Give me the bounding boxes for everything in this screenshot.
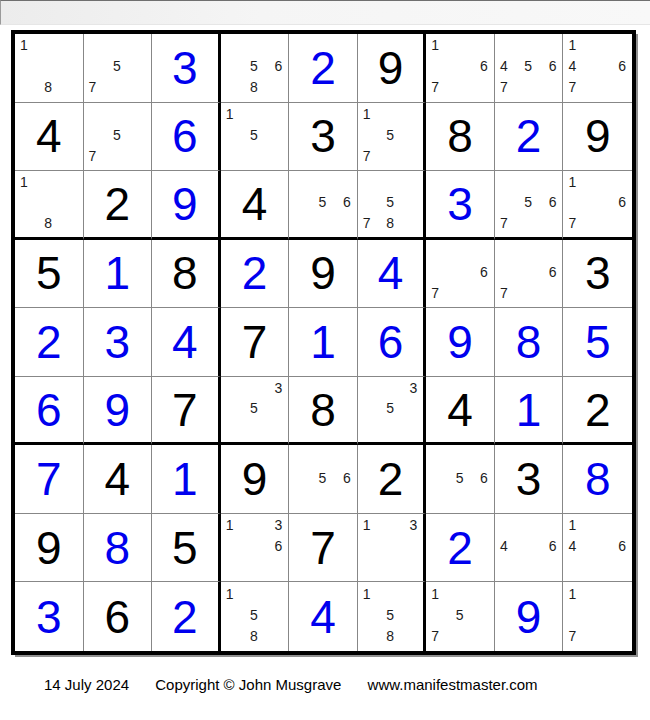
pencil-marks: 167 (563, 171, 632, 237)
cell-r8c9[interactable]: 146 (563, 514, 632, 583)
footer-copyright: Copyright © John Musgrave (155, 676, 341, 693)
pencil-marks: 56 (426, 445, 494, 513)
cell-r9c3[interactable]: 2 (152, 582, 221, 651)
pencil-mark-8: 8 (39, 77, 58, 98)
cell-r7c4[interactable]: 9 (221, 445, 290, 514)
cell-r5c9[interactable]: 5 (563, 308, 632, 377)
cell-r1c2[interactable]: 57 (84, 34, 153, 103)
pencil-mark-4: 4 (568, 56, 587, 77)
pencil-mark-7: 7 (89, 145, 108, 166)
cell-r1c1[interactable]: 18 (15, 34, 84, 103)
entered-digit: 1 (289, 308, 357, 376)
pencil-mark-6: 6 (538, 262, 557, 283)
entered-digit: 9 (152, 171, 218, 237)
pencil-mark-7: 7 (431, 77, 450, 98)
cell-r8c3[interactable]: 5 (152, 514, 221, 583)
entered-digit: 1 (84, 240, 152, 308)
given-digit: 9 (221, 445, 289, 513)
pencil-mark-8: 8 (39, 212, 58, 232)
cell-r1c9[interactable]: 1467 (563, 34, 632, 103)
cell-r7c7[interactable]: 56 (426, 445, 495, 514)
given-digit: 4 (221, 171, 289, 237)
cell-r3c5[interactable]: 56 (289, 171, 358, 240)
given-digit: 7 (152, 377, 218, 443)
pencil-mark-7: 7 (568, 626, 587, 647)
entered-digit: 8 (495, 308, 563, 376)
given-digit: 8 (152, 240, 218, 308)
cell-r6c3[interactable]: 7 (152, 377, 221, 446)
pencil-mark-1: 1 (431, 35, 450, 56)
cell-r6c4[interactable]: 35 (221, 377, 290, 446)
cell-r3c9[interactable]: 167 (563, 171, 632, 240)
given-digit: 9 (289, 240, 357, 308)
cell-r2c5[interactable]: 3 (289, 103, 358, 172)
pencil-mark-7: 7 (89, 77, 108, 98)
given-digit: 2 (84, 171, 152, 237)
sudoku-board: 1857356829167456714674576153157829182945… (11, 30, 636, 655)
pencil-marks: 568 (221, 34, 289, 102)
cell-r6c5[interactable]: 8 (289, 377, 358, 446)
cell-r5c1[interactable]: 2 (15, 308, 84, 377)
pencil-mark-6: 6 (607, 536, 626, 557)
cell-r9c5[interactable]: 4 (289, 582, 358, 651)
pencil-mark-3: 3 (399, 378, 417, 398)
cell-r4c7[interactable]: 67 (426, 240, 495, 309)
entered-digit: 6 (358, 308, 424, 376)
cell-r3c2[interactable]: 2 (84, 171, 153, 240)
pencil-mark-5: 5 (519, 192, 538, 212)
given-digit: 4 (426, 377, 494, 443)
pencil-mark-1: 1 (568, 172, 587, 192)
cell-r9c9[interactable]: 17 (563, 582, 632, 651)
pencil-mark-1: 1 (226, 583, 245, 604)
entered-digit: 2 (15, 308, 83, 376)
footer-website: www.manifestmaster.com (368, 676, 538, 693)
cell-r6c9[interactable]: 2 (563, 377, 632, 446)
entered-digit: 3 (84, 308, 152, 376)
pencil-mark-7: 7 (568, 77, 587, 98)
entered-digit: 2 (426, 514, 494, 582)
pencil-mark-1: 1 (431, 583, 450, 604)
pencil-mark-7: 7 (431, 282, 450, 303)
cell-r8c4[interactable]: 136 (221, 514, 290, 583)
pencil-marks: 18 (15, 34, 83, 102)
cell-r7c5[interactable]: 56 (289, 445, 358, 514)
pencil-mark-7: 7 (500, 282, 519, 303)
pencil-marks: 4567 (495, 34, 563, 102)
pencil-marks: 56 (289, 171, 357, 237)
pencil-mark-5: 5 (313, 192, 332, 212)
cell-r4c3[interactable]: 8 (152, 240, 221, 309)
pencil-mark-7: 7 (363, 145, 381, 166)
entered-digit: 3 (15, 582, 83, 651)
pencil-marks: 567 (495, 171, 563, 237)
cell-r2c4[interactable]: 15 (221, 103, 290, 172)
cell-r1c7[interactable]: 167 (426, 34, 495, 103)
given-digit: 3 (495, 445, 563, 513)
pencil-marks: 13 (358, 514, 424, 582)
cell-r6c2[interactable]: 9 (84, 377, 153, 446)
cell-r3c7[interactable]: 3 (426, 171, 495, 240)
pencil-mark-5: 5 (245, 398, 264, 418)
cell-r2c9[interactable]: 9 (563, 103, 632, 172)
cell-r5c3[interactable]: 4 (152, 308, 221, 377)
cell-r1c3[interactable]: 3 (152, 34, 221, 103)
cell-r4c8[interactable]: 67 (495, 240, 564, 309)
pencil-marks: 15 (221, 103, 289, 171)
entered-digit: 6 (15, 377, 83, 443)
cell-r9c4[interactable]: 158 (221, 582, 290, 651)
cell-r4c6[interactable]: 4 (358, 240, 427, 309)
cell-r6c6[interactable]: 35 (358, 377, 427, 446)
pencil-marks: 35 (221, 377, 289, 443)
entered-digit: 8 (563, 445, 632, 513)
cell-r5c4[interactable]: 7 (221, 308, 290, 377)
pencil-mark-7: 7 (431, 626, 450, 647)
cell-r6c8[interactable]: 1 (495, 377, 564, 446)
entered-digit: 2 (289, 34, 357, 102)
entered-digit: 9 (495, 582, 563, 651)
pencil-mark-6: 6 (469, 262, 488, 283)
pencil-mark-3: 3 (399, 515, 417, 536)
cell-r2c1[interactable]: 4 (15, 103, 84, 172)
pencil-mark-6: 6 (263, 536, 282, 557)
cell-r4c2[interactable]: 1 (84, 240, 153, 309)
pencil-mark-6: 6 (469, 467, 488, 488)
pencil-mark-4: 4 (500, 536, 519, 557)
cell-r7c3[interactable]: 1 (152, 445, 221, 514)
pencil-mark-5: 5 (450, 605, 469, 626)
given-digit: 3 (289, 103, 357, 171)
given-digit: 9 (358, 34, 424, 102)
pencil-mark-5: 5 (313, 467, 332, 488)
pencil-mark-5: 5 (245, 605, 264, 626)
pencil-marks: 157 (358, 103, 424, 171)
pencil-marks: 57 (84, 34, 152, 102)
pencil-mark-4: 4 (500, 56, 519, 77)
footer-date: 14 July 2024 (44, 676, 129, 693)
pencil-mark-5: 5 (107, 56, 126, 77)
pencil-marks: 158 (358, 582, 424, 651)
pencil-mark-6: 6 (332, 467, 351, 488)
pencil-mark-1: 1 (363, 515, 381, 536)
cell-r1c5[interactable]: 2 (289, 34, 358, 103)
entered-digit: 2 (495, 103, 563, 171)
pencil-mark-5: 5 (450, 467, 469, 488)
footer: 14 July 2024 Copyright © John Musgrave w… (44, 676, 538, 693)
entered-digit: 4 (152, 308, 218, 376)
pencil-mark-1: 1 (568, 515, 587, 536)
pencil-mark-5: 5 (381, 605, 399, 626)
cell-r2c8[interactable]: 2 (495, 103, 564, 172)
cell-r5c7[interactable]: 9 (426, 308, 495, 377)
cell-r8c1[interactable]: 9 (15, 514, 84, 583)
cell-r1c8[interactable]: 4567 (495, 34, 564, 103)
pencil-marks: 18 (15, 171, 83, 237)
given-digit: 7 (221, 308, 289, 376)
cell-r6c1[interactable]: 6 (15, 377, 84, 446)
given-digit: 5 (152, 514, 218, 582)
window-top-strip (0, 0, 650, 25)
cell-r2c6[interactable]: 157 (358, 103, 427, 172)
pencil-mark-1: 1 (20, 35, 39, 56)
entered-digit: 7 (15, 445, 83, 513)
cell-r7c6[interactable]: 2 (358, 445, 427, 514)
entered-digit: 4 (358, 240, 424, 308)
entered-digit: 5 (563, 308, 632, 376)
pencil-mark-1: 1 (226, 515, 245, 536)
pencil-mark-1: 1 (226, 104, 245, 125)
entered-digit: 9 (426, 308, 494, 376)
given-digit: 9 (15, 514, 83, 582)
pencil-mark-6: 6 (263, 56, 282, 77)
given-digit: 8 (426, 103, 494, 171)
pencil-marks: 1467 (563, 34, 632, 102)
cell-r1c6[interactable]: 9 (358, 34, 427, 103)
pencil-mark-5: 5 (381, 124, 399, 145)
given-digit: 7 (289, 514, 357, 582)
entered-digit: 3 (426, 171, 494, 237)
cell-r9c6[interactable]: 158 (358, 582, 427, 651)
cell-r9c7[interactable]: 157 (426, 582, 495, 651)
pencil-marks: 56 (289, 445, 357, 513)
pencil-marks: 158 (221, 582, 289, 651)
pencil-mark-6: 6 (538, 56, 557, 77)
pencil-marks: 578 (358, 171, 424, 237)
pencil-mark-7: 7 (500, 77, 519, 98)
entered-digit: 1 (152, 445, 218, 513)
cell-r9c1[interactable]: 3 (15, 582, 84, 651)
entered-digit: 1 (495, 377, 563, 443)
pencil-mark-5: 5 (381, 398, 399, 418)
cell-r7c1[interactable]: 7 (15, 445, 84, 514)
pencil-marks: 57 (84, 103, 152, 171)
pencil-marks: 67 (426, 240, 494, 308)
cell-r2c3[interactable]: 6 (152, 103, 221, 172)
cell-r4c1[interactable]: 5 (15, 240, 84, 309)
pencil-mark-6: 6 (469, 56, 488, 77)
pencil-marks: 136 (221, 514, 289, 582)
pencil-mark-5: 5 (245, 124, 264, 145)
cell-r3c3[interactable]: 9 (152, 171, 221, 240)
cell-r3c4[interactable]: 4 (221, 171, 290, 240)
pencil-mark-7: 7 (363, 212, 381, 232)
pencil-mark-6: 6 (607, 56, 626, 77)
pencil-mark-6: 6 (538, 192, 557, 212)
cell-r7c8[interactable]: 3 (495, 445, 564, 514)
cell-r8c8[interactable]: 46 (495, 514, 564, 583)
cell-r8c7[interactable]: 2 (426, 514, 495, 583)
cell-r3c1[interactable]: 18 (15, 171, 84, 240)
pencil-mark-1: 1 (20, 172, 39, 192)
pencil-mark-3: 3 (263, 378, 282, 398)
given-digit: 2 (358, 445, 424, 513)
pencil-marks: 146 (563, 514, 632, 582)
pencil-mark-8: 8 (381, 626, 399, 647)
entered-digit: 3 (152, 34, 218, 102)
pencil-mark-1: 1 (363, 583, 381, 604)
cell-r4c9[interactable]: 3 (563, 240, 632, 309)
pencil-mark-4: 4 (568, 536, 587, 557)
cell-r5c2[interactable]: 3 (84, 308, 153, 377)
pencil-mark-8: 8 (245, 77, 264, 98)
given-digit: 4 (84, 445, 152, 513)
cell-r5c8[interactable]: 8 (495, 308, 564, 377)
pencil-mark-5: 5 (519, 56, 538, 77)
cell-r7c9[interactable]: 8 (563, 445, 632, 514)
cell-r9c2[interactable]: 6 (84, 582, 153, 651)
pencil-marks: 67 (495, 240, 563, 308)
pencil-mark-1: 1 (568, 35, 587, 56)
pencil-marks: 17 (563, 582, 632, 651)
cell-r3c6[interactable]: 578 (358, 171, 427, 240)
entered-digit: 2 (152, 582, 218, 651)
cell-r8c2[interactable]: 8 (84, 514, 153, 583)
pencil-mark-1: 1 (568, 583, 587, 604)
entered-digit: 2 (221, 240, 289, 308)
pencil-mark-6: 6 (538, 536, 557, 557)
cell-r4c5[interactable]: 9 (289, 240, 358, 309)
entered-digit: 8 (84, 514, 152, 582)
pencil-mark-5: 5 (245, 56, 264, 77)
entered-digit: 6 (152, 103, 218, 171)
pencil-marks: 167 (426, 34, 494, 102)
pencil-mark-6: 6 (332, 192, 351, 212)
cell-r3c8[interactable]: 567 (495, 171, 564, 240)
cell-r5c5[interactable]: 1 (289, 308, 358, 377)
pencil-marks: 35 (358, 377, 424, 443)
pencil-mark-8: 8 (381, 212, 399, 232)
pencil-marks: 46 (495, 514, 563, 582)
pencil-mark-5: 5 (381, 192, 399, 212)
given-digit: 3 (563, 240, 632, 308)
pencil-mark-1: 1 (363, 104, 381, 125)
cell-r9c8[interactable]: 9 (495, 582, 564, 651)
given-digit: 9 (563, 103, 632, 171)
pencil-marks: 157 (426, 582, 494, 651)
given-digit: 2 (563, 377, 632, 443)
cell-r6c7[interactable]: 4 (426, 377, 495, 446)
pencil-mark-8: 8 (245, 626, 264, 647)
given-digit: 8 (289, 377, 357, 443)
entered-digit: 9 (84, 377, 152, 443)
cell-r2c7[interactable]: 8 (426, 103, 495, 172)
cell-r5c6[interactable]: 6 (358, 308, 427, 377)
pencil-mark-7: 7 (568, 212, 587, 232)
pencil-mark-3: 3 (263, 515, 282, 536)
given-digit: 5 (15, 240, 83, 308)
pencil-mark-5: 5 (107, 124, 126, 145)
given-digit: 4 (15, 103, 83, 171)
cell-r4c4[interactable]: 2 (221, 240, 290, 309)
cell-r8c6[interactable]: 13 (358, 514, 427, 583)
cell-r7c2[interactable]: 4 (84, 445, 153, 514)
pencil-mark-7: 7 (500, 212, 519, 232)
cell-r1c4[interactable]: 568 (221, 34, 290, 103)
cell-r2c2[interactable]: 57 (84, 103, 153, 172)
pencil-mark-6: 6 (607, 192, 626, 212)
entered-digit: 4 (289, 582, 357, 651)
given-digit: 6 (84, 582, 152, 651)
cell-r8c5[interactable]: 7 (289, 514, 358, 583)
